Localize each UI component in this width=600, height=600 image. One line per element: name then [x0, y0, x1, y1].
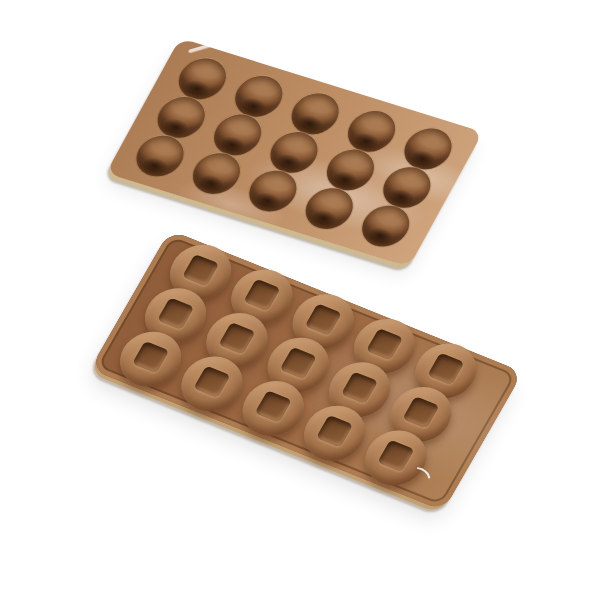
square-indent	[316, 415, 353, 447]
square-indent	[341, 372, 378, 404]
square-indent	[132, 341, 169, 373]
square-indent	[182, 254, 219, 286]
square-indent	[280, 347, 317, 379]
square-indent	[193, 366, 230, 398]
bottom-mold-bump-grid	[107, 238, 489, 492]
photo-canvas	[0, 0, 600, 600]
square-indent	[243, 279, 280, 311]
square-indent	[377, 440, 414, 472]
square-indent	[218, 322, 255, 354]
surface-scratch	[188, 43, 212, 53]
square-indent	[157, 297, 194, 329]
square-indent	[402, 396, 439, 428]
square-indent	[255, 390, 292, 422]
top-mold-cavity-grid	[121, 51, 467, 254]
top-mold-tray	[106, 38, 483, 267]
square-indent	[305, 303, 342, 335]
square-indent	[427, 353, 464, 385]
square-indent	[366, 328, 403, 360]
bottom-mold-tray	[90, 230, 523, 511]
